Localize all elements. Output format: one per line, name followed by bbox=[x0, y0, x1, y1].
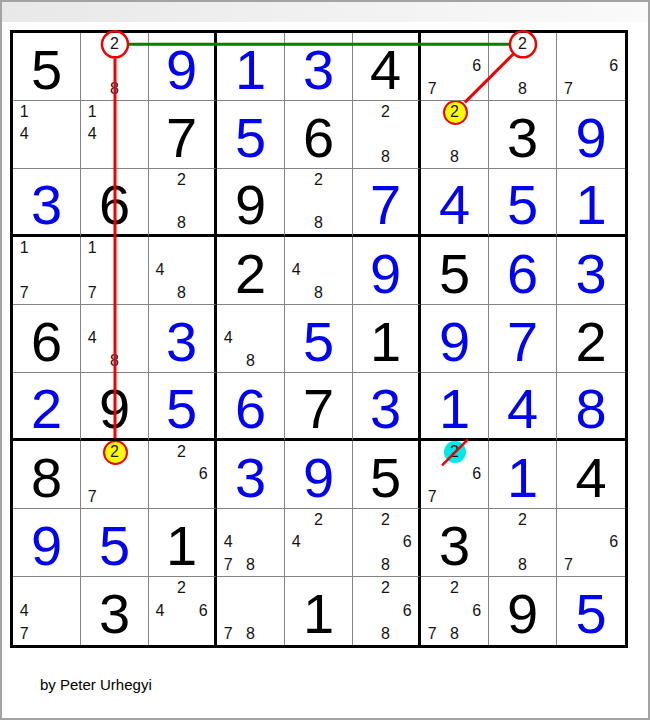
candidate-7: 7 bbox=[217, 622, 239, 645]
candidate-1: 1 bbox=[81, 101, 103, 123]
given-digit: 6 bbox=[81, 169, 148, 234]
solved-digit: 9 bbox=[421, 305, 488, 372]
cell-r3c7[interactable]: 4 bbox=[421, 169, 489, 237]
candidate-6: 6 bbox=[192, 600, 214, 623]
given-digit: 6 bbox=[285, 101, 352, 168]
candidate-7: 7 bbox=[217, 554, 239, 576]
cell-r7c1[interactable]: 8 bbox=[13, 441, 81, 509]
candidate-4: 4 bbox=[285, 531, 307, 553]
candidate-6: 6 bbox=[602, 531, 625, 553]
candidate-8: 8 bbox=[103, 350, 125, 372]
given-digit: 9 bbox=[489, 577, 556, 645]
cell-r5c6[interactable]: 1 bbox=[353, 305, 421, 373]
cell-r3c5[interactable]: 28 bbox=[285, 169, 353, 237]
candidate-8: 8 bbox=[239, 350, 261, 372]
candidate-8: 8 bbox=[375, 554, 397, 576]
given-digit: 7 bbox=[149, 101, 214, 168]
solved-digit: 5 bbox=[285, 305, 352, 372]
candidate-7: 7 bbox=[421, 78, 443, 100]
candidate-4: 4 bbox=[285, 259, 307, 281]
given-digit: 2 bbox=[217, 237, 284, 304]
cell-r4c9[interactable]: 3 bbox=[557, 237, 625, 305]
candidate-2: 2 bbox=[511, 33, 533, 55]
cell-r2c5[interactable]: 6 bbox=[285, 101, 353, 169]
candidate-6: 6 bbox=[192, 463, 214, 485]
cell-r9c1[interactable]: 47 bbox=[13, 577, 81, 645]
cell-r2c8[interactable]: 3 bbox=[489, 101, 557, 169]
candidate-8: 8 bbox=[103, 78, 125, 100]
cell-r9c2[interactable]: 3 bbox=[81, 577, 149, 645]
cell-r4c3[interactable]: 48 bbox=[149, 237, 217, 305]
cell-r6c3[interactable]: 5 bbox=[149, 373, 217, 441]
candidate-8: 8 bbox=[239, 622, 261, 645]
cell-r7c3[interactable]: 26 bbox=[149, 441, 217, 509]
candidate-2: 2 bbox=[375, 509, 397, 531]
candidate-8: 8 bbox=[171, 282, 193, 304]
candidate-6: 6 bbox=[396, 531, 418, 553]
candidate-6: 6 bbox=[466, 600, 488, 623]
given-digit: 3 bbox=[489, 101, 556, 168]
solved-digit: 5 bbox=[217, 101, 284, 168]
solved-digit: 6 bbox=[217, 373, 284, 438]
given-digit: 5 bbox=[13, 33, 80, 100]
given-digit: 1 bbox=[149, 509, 214, 576]
candidate-2: 2 bbox=[511, 509, 533, 531]
solved-digit: 2 bbox=[13, 373, 80, 438]
solved-digit: 3 bbox=[353, 373, 418, 438]
candidate-2: 2 bbox=[171, 169, 193, 191]
cell-r6c9[interactable]: 8 bbox=[557, 373, 625, 441]
given-digit: 9 bbox=[217, 169, 284, 234]
cell-r1c6[interactable]: 4 bbox=[353, 33, 421, 101]
candidate-2: 2 bbox=[307, 509, 329, 531]
cell-r8c8[interactable]: 28 bbox=[489, 509, 557, 577]
cell-r5c4[interactable]: 48 bbox=[217, 305, 285, 373]
candidate-2: 2 bbox=[103, 441, 125, 463]
cell-r6c1[interactable]: 2 bbox=[13, 373, 81, 441]
solved-digit: 9 bbox=[557, 101, 625, 168]
sudoku-grid: 5289134672867141475628283936289287451171… bbox=[13, 33, 625, 645]
cell-r2c4[interactable]: 5 bbox=[217, 101, 285, 169]
cell-r3c6[interactable]: 7 bbox=[353, 169, 421, 237]
cell-r5c5[interactable]: 5 bbox=[285, 305, 353, 373]
titlebar-strip bbox=[1, 1, 649, 22]
candidate-8: 8 bbox=[511, 78, 533, 100]
cell-r7c6[interactable]: 5 bbox=[353, 441, 421, 509]
candidate-2: 2 bbox=[375, 101, 397, 123]
cell-r4c2[interactable]: 17 bbox=[81, 237, 149, 305]
cell-r7c4[interactable]: 3 bbox=[217, 441, 285, 509]
cell-r1c4[interactable]: 1 bbox=[217, 33, 285, 101]
sudoku-board: 5289134672867141475628283936289287451171… bbox=[10, 30, 628, 648]
cell-r4c5[interactable]: 48 bbox=[285, 237, 353, 305]
given-digit: 3 bbox=[81, 577, 148, 645]
candidate-2: 2 bbox=[171, 441, 193, 463]
cell-r6c4[interactable]: 6 bbox=[217, 373, 285, 441]
given-digit: 5 bbox=[353, 441, 418, 508]
cell-r9c3[interactable]: 246 bbox=[149, 577, 217, 645]
candidate-7: 7 bbox=[557, 554, 580, 576]
solved-digit: 3 bbox=[13, 169, 80, 234]
candidate-7: 7 bbox=[421, 486, 443, 508]
candidate-6: 6 bbox=[602, 55, 625, 77]
candidate-4: 4 bbox=[81, 327, 103, 349]
solved-digit: 3 bbox=[285, 33, 352, 100]
candidate-1: 1 bbox=[13, 101, 35, 123]
cell-r8c1[interactable]: 9 bbox=[13, 509, 81, 577]
cell-r5c8[interactable]: 7 bbox=[489, 305, 557, 373]
solved-digit: 9 bbox=[149, 33, 214, 100]
cell-r1c5[interactable]: 3 bbox=[285, 33, 353, 101]
candidate-7: 7 bbox=[81, 486, 103, 508]
candidate-6: 6 bbox=[466, 55, 488, 77]
candidate-6: 6 bbox=[466, 463, 488, 485]
candidate-7: 7 bbox=[421, 622, 443, 645]
candidate-8: 8 bbox=[171, 212, 193, 234]
cell-r4c6[interactable]: 9 bbox=[353, 237, 421, 305]
cell-r3c4[interactable]: 9 bbox=[217, 169, 285, 237]
cell-r2c9[interactable]: 9 bbox=[557, 101, 625, 169]
candidate-4: 4 bbox=[149, 600, 171, 623]
cell-r8c5[interactable]: 24 bbox=[285, 509, 353, 577]
author-caption: by Peter Urhegyi bbox=[40, 676, 152, 693]
given-digit: 9 bbox=[81, 373, 148, 438]
candidate-2: 2 bbox=[307, 169, 329, 191]
given-digit: 1 bbox=[353, 305, 418, 372]
cell-r8c9[interactable]: 67 bbox=[557, 509, 625, 577]
cell-r9c5[interactable]: 1 bbox=[285, 577, 353, 645]
cell-r8c2[interactable]: 5 bbox=[81, 509, 149, 577]
candidate-2: 2 bbox=[171, 577, 193, 600]
cell-r2c1[interactable]: 14 bbox=[13, 101, 81, 169]
cell-r1c1[interactable]: 5 bbox=[13, 33, 81, 101]
candidate-8: 8 bbox=[511, 554, 533, 576]
candidate-4: 4 bbox=[13, 600, 35, 623]
cell-r8c6[interactable]: 268 bbox=[353, 509, 421, 577]
cell-r9c6[interactable]: 268 bbox=[353, 577, 421, 645]
cell-r2c7[interactable]: 28 bbox=[421, 101, 489, 169]
given-digit: 1 bbox=[285, 577, 352, 645]
given-digit: 2 bbox=[557, 305, 625, 372]
cell-r3c3[interactable]: 28 bbox=[149, 169, 217, 237]
cell-r4c7[interactable]: 5 bbox=[421, 237, 489, 305]
candidate-1: 1 bbox=[13, 237, 35, 259]
given-digit: 5 bbox=[421, 237, 488, 304]
cell-r8c4[interactable]: 478 bbox=[217, 509, 285, 577]
cell-r3c9[interactable]: 1 bbox=[557, 169, 625, 237]
cell-r6c8[interactable]: 4 bbox=[489, 373, 557, 441]
candidate-8: 8 bbox=[307, 212, 329, 234]
cell-r5c9[interactable]: 2 bbox=[557, 305, 625, 373]
cell-r9c8[interactable]: 9 bbox=[489, 577, 557, 645]
cell-r8c7[interactable]: 3 bbox=[421, 509, 489, 577]
cell-r5c2[interactable]: 48 bbox=[81, 305, 149, 373]
candidate-7: 7 bbox=[13, 622, 35, 645]
solved-digit: 5 bbox=[81, 509, 148, 576]
candidate-4: 4 bbox=[217, 531, 239, 553]
solved-digit: 3 bbox=[149, 305, 214, 372]
candidate-8: 8 bbox=[307, 282, 329, 304]
candidate-8: 8 bbox=[443, 146, 465, 168]
cell-r1c9[interactable]: 67 bbox=[557, 33, 625, 101]
solved-digit: 5 bbox=[149, 373, 214, 438]
solved-digit: 7 bbox=[353, 169, 418, 234]
candidate-2: 2 bbox=[443, 441, 465, 463]
solved-digit: 3 bbox=[217, 441, 284, 508]
cell-r6c2[interactable]: 9 bbox=[81, 373, 149, 441]
given-digit: 3 bbox=[421, 509, 488, 576]
given-digit: 4 bbox=[557, 441, 625, 508]
solved-digit: 5 bbox=[489, 169, 556, 234]
cell-r4c4[interactable]: 2 bbox=[217, 237, 285, 305]
cell-r4c8[interactable]: 6 bbox=[489, 237, 557, 305]
candidate-8: 8 bbox=[443, 622, 465, 645]
cell-r1c3[interactable]: 9 bbox=[149, 33, 217, 101]
cell-r1c2[interactable]: 28 bbox=[81, 33, 149, 101]
candidate-4: 4 bbox=[81, 123, 103, 145]
cell-r7c7[interactable]: 267 bbox=[421, 441, 489, 509]
candidate-4: 4 bbox=[13, 123, 35, 145]
cell-r3c1[interactable]: 3 bbox=[13, 169, 81, 237]
candidate-2: 2 bbox=[443, 577, 465, 600]
cell-r1c8[interactable]: 28 bbox=[489, 33, 557, 101]
cell-r3c8[interactable]: 5 bbox=[489, 169, 557, 237]
candidate-1: 1 bbox=[81, 237, 103, 259]
cell-r8c3[interactable]: 1 bbox=[149, 509, 217, 577]
candidate-7: 7 bbox=[13, 282, 35, 304]
cell-r2c2[interactable]: 14 bbox=[81, 101, 149, 169]
candidate-4: 4 bbox=[149, 259, 171, 281]
cell-r7c8[interactable]: 1 bbox=[489, 441, 557, 509]
cell-r9c7[interactable]: 2678 bbox=[421, 577, 489, 645]
solved-digit: 1 bbox=[557, 169, 625, 234]
candidate-8: 8 bbox=[375, 622, 397, 645]
candidate-2: 2 bbox=[103, 33, 125, 55]
solved-digit: 8 bbox=[557, 373, 625, 438]
solved-digit: 3 bbox=[557, 237, 625, 304]
solved-digit: 9 bbox=[285, 441, 352, 508]
candidate-2: 2 bbox=[443, 101, 465, 123]
cell-r5c7[interactable]: 9 bbox=[421, 305, 489, 373]
solved-digit: 6 bbox=[489, 237, 556, 304]
solved-digit: 7 bbox=[489, 305, 556, 372]
cell-r7c5[interactable]: 9 bbox=[285, 441, 353, 509]
cell-r6c6[interactable]: 3 bbox=[353, 373, 421, 441]
cell-r1c7[interactable]: 67 bbox=[421, 33, 489, 101]
cell-r2c6[interactable]: 28 bbox=[353, 101, 421, 169]
candidate-8: 8 bbox=[375, 146, 397, 168]
solved-digit: 4 bbox=[489, 373, 556, 438]
cell-r6c7[interactable]: 1 bbox=[421, 373, 489, 441]
given-digit: 7 bbox=[285, 373, 352, 438]
solved-digit: 9 bbox=[13, 509, 80, 576]
cell-r6c5[interactable]: 7 bbox=[285, 373, 353, 441]
candidate-4: 4 bbox=[217, 327, 239, 349]
candidate-8: 8 bbox=[239, 554, 261, 576]
cell-r2c3[interactable]: 7 bbox=[149, 101, 217, 169]
solved-digit: 5 bbox=[557, 577, 625, 645]
cell-r4c1[interactable]: 17 bbox=[13, 237, 81, 305]
cell-r7c9[interactable]: 4 bbox=[557, 441, 625, 509]
cell-r9c4[interactable]: 78 bbox=[217, 577, 285, 645]
solved-digit: 9 bbox=[353, 237, 418, 304]
cell-r3c2[interactable]: 6 bbox=[81, 169, 149, 237]
cell-r5c3[interactable]: 3 bbox=[149, 305, 217, 373]
cell-r5c1[interactable]: 6 bbox=[13, 305, 81, 373]
given-digit: 4 bbox=[353, 33, 418, 100]
cell-r7c2[interactable]: 27 bbox=[81, 441, 149, 509]
solved-digit: 1 bbox=[217, 33, 284, 100]
cell-r9c9[interactable]: 5 bbox=[557, 577, 625, 645]
given-digit: 6 bbox=[13, 305, 80, 372]
candidate-2: 2 bbox=[375, 577, 397, 600]
candidate-7: 7 bbox=[81, 282, 103, 304]
solved-digit: 1 bbox=[489, 441, 556, 508]
candidate-7: 7 bbox=[557, 78, 580, 100]
given-digit: 8 bbox=[13, 441, 80, 508]
solved-digit: 4 bbox=[421, 169, 488, 234]
candidate-6: 6 bbox=[396, 600, 418, 623]
solved-digit: 1 bbox=[421, 373, 488, 438]
